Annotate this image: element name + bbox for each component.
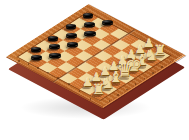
piece-shadow bbox=[117, 63, 127, 66]
coordinate-mark bbox=[117, 94, 119, 96]
piece-shadow bbox=[83, 35, 94, 38]
coordinate-mark bbox=[18, 60, 20, 62]
product-photo-scene: ♟♟♜♟♞♟♝♟♚♟♛♟♝♟♞♜ bbox=[0, 0, 189, 140]
coordinate-mark bbox=[152, 72, 154, 74]
piece-shadow bbox=[101, 24, 112, 27]
coordinate-mark bbox=[68, 83, 70, 85]
piece-shadow bbox=[47, 48, 57, 51]
piece-shadow bbox=[110, 82, 120, 86]
piece-shadow bbox=[119, 77, 129, 81]
coordinate-mark bbox=[28, 63, 30, 65]
piece-shadow bbox=[154, 54, 164, 58]
coordinate-mark bbox=[109, 100, 111, 102]
piece-shadow bbox=[92, 93, 102, 97]
piece-shadow bbox=[134, 52, 144, 55]
coordinate-mark bbox=[161, 66, 163, 68]
piece-shadow bbox=[47, 39, 57, 42]
piece-shadow bbox=[65, 37, 75, 40]
coordinate-mark bbox=[37, 67, 39, 69]
coordinate-mark bbox=[57, 77, 59, 79]
piece-shadow bbox=[64, 28, 74, 31]
piece-shadow bbox=[136, 65, 146, 69]
piece-shadow bbox=[99, 75, 109, 78]
piece-shadow bbox=[90, 80, 100, 83]
